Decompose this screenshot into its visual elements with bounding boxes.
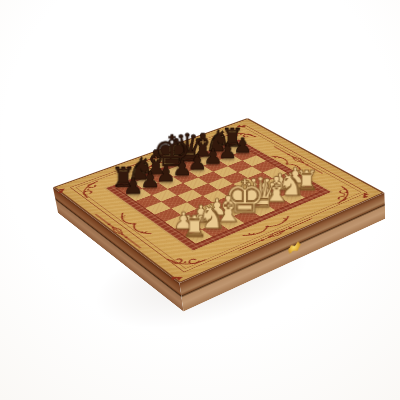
rook-glyph: ♜ [158, 212, 232, 241]
scene: ♜♞♟♝♟♛♟♚♟♝♟♞♟♟♜♟♟♜♟♟♞♟♝♟♛♟♚♟♝♟♞♜ [0, 0, 400, 400]
chess-box: ♜♞♟♝♟♛♟♚♟♝♟♞♟♟♜♟♟♜♟♟♞♟♝♟♛♟♚♟♝♟♞♜ [53, 118, 385, 283]
product-photo: ♜♞♟♝♟♛♟♚♟♝♟♞♟♟♜♟♟♜♟♟♞♟♝♟♛♟♚♟♝♟♞♜ [0, 0, 400, 400]
pawn-glyph: ♟ [99, 175, 168, 197]
brass-clasp-icon [288, 240, 301, 255]
